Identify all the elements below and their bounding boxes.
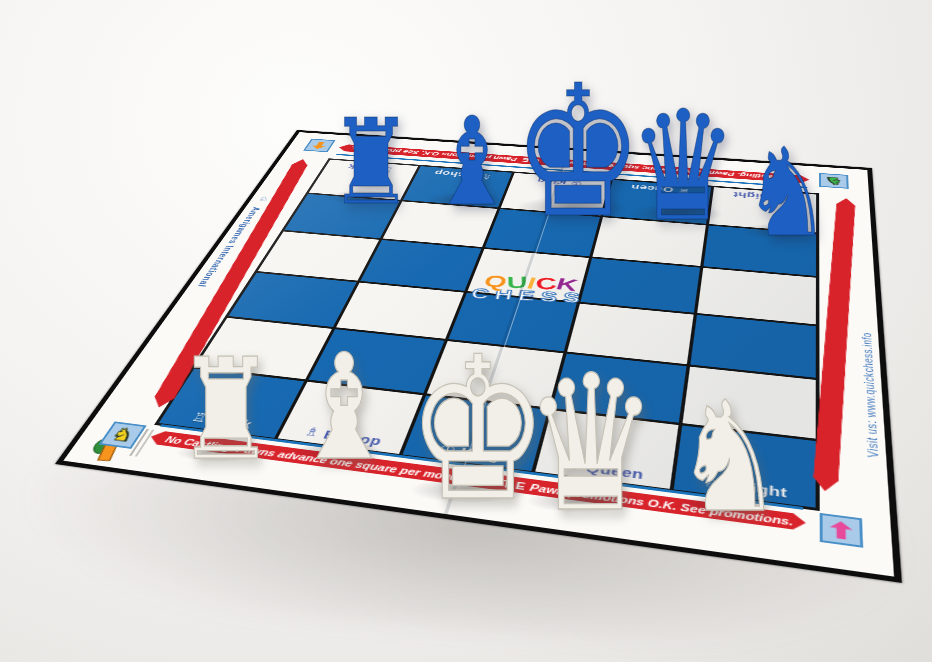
square-a3[interactable]: [228, 272, 357, 327]
blue-knight-piece[interactable]: ♞: [738, 132, 836, 254]
white-knight-piece[interactable]: ♞: [668, 382, 790, 534]
white-rook-piece[interactable]: ♜: [170, 340, 282, 480]
corner-bottom-right: [820, 513, 863, 548]
yellow-knight-icon: ♞: [106, 425, 139, 445]
white-bishop-piece[interactable]: ♝: [286, 334, 403, 480]
visit-url-text: Visit us: www.quickchess.info: [859, 332, 881, 459]
blue-queen-piece[interactable]: ♛: [622, 91, 744, 243]
white-queen-piece[interactable]: ♛: [516, 350, 666, 538]
pink-arrow-icon: [830, 520, 853, 541]
photo-scene: No Castling. Pawns advance one square pe…: [0, 0, 932, 662]
blue-rook-piece[interactable]: ♜: [324, 103, 418, 221]
square-a4[interactable]: [258, 231, 380, 280]
